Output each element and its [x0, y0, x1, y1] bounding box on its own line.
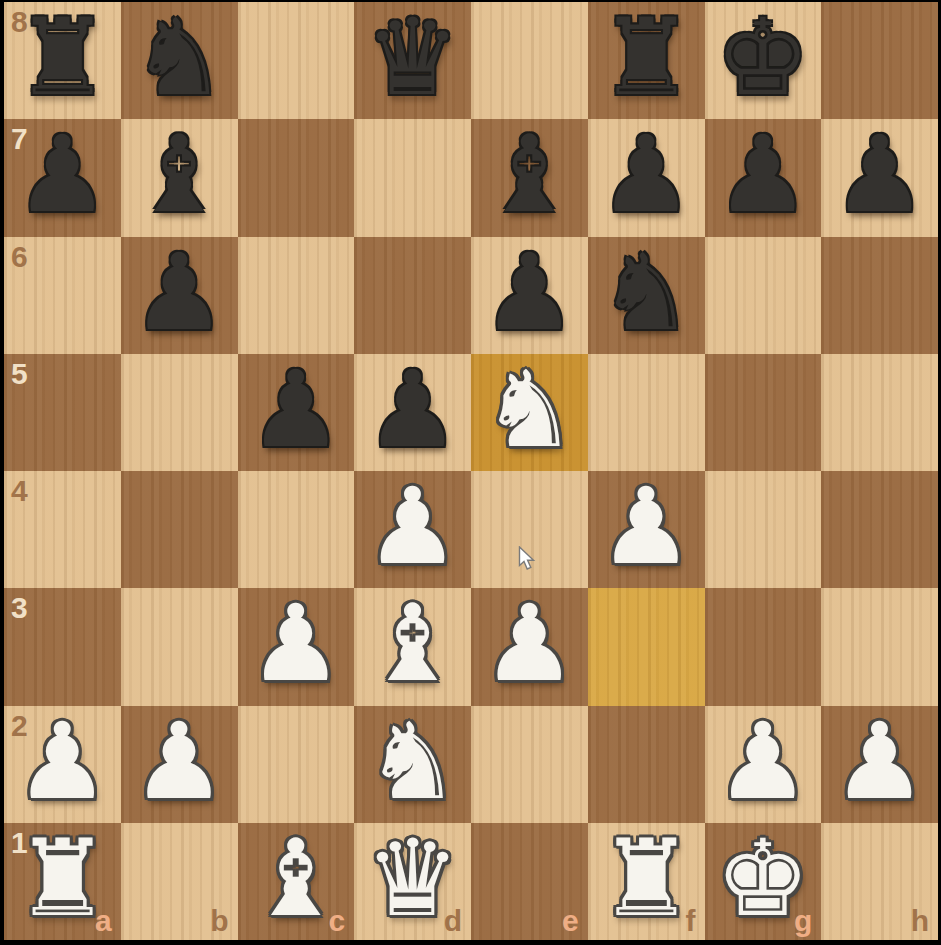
white-rook[interactable]: ♜ — [599, 823, 694, 937]
white-rook[interactable]: ♜ — [15, 823, 110, 937]
square-d5[interactable]: ♟ — [354, 354, 471, 471]
square-f4[interactable]: ♟ — [588, 471, 705, 588]
black-pawn[interactable]: ♟ — [132, 237, 227, 351]
square-h6[interactable] — [821, 237, 938, 354]
square-b3[interactable] — [121, 588, 238, 705]
chess-app-screenshot: ♜8♞♛♜♚♟7♝♝♟♟♟6♟♟♞5♟♟♞4♟♟3♟♝♟♟2♟♞♟♟♜1ab♝c… — [0, 0, 941, 945]
square-c2[interactable] — [238, 706, 355, 823]
square-b5[interactable] — [121, 354, 238, 471]
square-d4[interactable]: ♟ — [354, 471, 471, 588]
square-d3[interactable]: ♝ — [354, 588, 471, 705]
rank-label-4: 4 — [11, 476, 28, 506]
black-rook[interactable]: ♜ — [599, 2, 694, 116]
black-pawn[interactable]: ♟ — [482, 237, 577, 351]
square-g7[interactable]: ♟ — [705, 119, 822, 236]
square-f3[interactable] — [588, 588, 705, 705]
black-knight[interactable]: ♞ — [132, 2, 227, 116]
square-b2[interactable]: ♟ — [121, 706, 238, 823]
black-pawn[interactable]: ♟ — [248, 354, 343, 468]
square-h5[interactable] — [821, 354, 938, 471]
square-b7[interactable]: ♝ — [121, 119, 238, 236]
black-pawn[interactable]: ♟ — [715, 119, 810, 233]
square-e6[interactable]: ♟ — [471, 237, 588, 354]
white-pawn[interactable]: ♟ — [248, 588, 343, 702]
black-pawn[interactable]: ♟ — [15, 119, 110, 233]
square-c8[interactable] — [238, 2, 355, 119]
black-queen[interactable]: ♛ — [365, 2, 460, 116]
white-pawn[interactable]: ♟ — [715, 706, 810, 820]
file-label-e: e — [562, 906, 579, 936]
white-bishop[interactable]: ♝ — [365, 588, 460, 702]
white-knight[interactable]: ♞ — [482, 354, 577, 468]
square-d1[interactable]: ♛d — [354, 823, 471, 940]
square-h4[interactable] — [821, 471, 938, 588]
square-f1[interactable]: ♜f — [588, 823, 705, 940]
square-a2[interactable]: ♟2 — [4, 706, 121, 823]
square-b8[interactable]: ♞ — [121, 2, 238, 119]
square-e7[interactable]: ♝ — [471, 119, 588, 236]
white-bishop[interactable]: ♝ — [248, 823, 343, 937]
square-h2[interactable]: ♟ — [821, 706, 938, 823]
square-a4[interactable]: 4 — [4, 471, 121, 588]
white-knight[interactable]: ♞ — [365, 706, 460, 820]
square-g2[interactable]: ♟ — [705, 706, 822, 823]
square-f8[interactable]: ♜ — [588, 2, 705, 119]
square-h8[interactable] — [821, 2, 938, 119]
white-king[interactable]: ♚ — [715, 823, 810, 937]
black-pawn[interactable]: ♟ — [599, 119, 694, 233]
square-e8[interactable] — [471, 2, 588, 119]
square-b4[interactable] — [121, 471, 238, 588]
white-pawn[interactable]: ♟ — [599, 471, 694, 585]
square-f7[interactable]: ♟ — [588, 119, 705, 236]
square-e4[interactable] — [471, 471, 588, 588]
chess-board: ♜8♞♛♜♚♟7♝♝♟♟♟6♟♟♞5♟♟♞4♟♟3♟♝♟♟2♟♞♟♟♜1ab♝c… — [4, 2, 938, 940]
white-pawn[interactable]: ♟ — [482, 588, 577, 702]
white-pawn[interactable]: ♟ — [832, 706, 927, 820]
white-queen[interactable]: ♛ — [365, 823, 460, 937]
black-rook[interactable]: ♜ — [15, 2, 110, 116]
square-f2[interactable] — [588, 706, 705, 823]
black-knight[interactable]: ♞ — [599, 237, 694, 351]
square-g3[interactable] — [705, 588, 822, 705]
square-g5[interactable] — [705, 354, 822, 471]
rank-label-3: 3 — [11, 593, 28, 623]
square-g4[interactable] — [705, 471, 822, 588]
square-a5[interactable]: 5 — [4, 354, 121, 471]
square-c3[interactable]: ♟ — [238, 588, 355, 705]
rank-label-5: 5 — [11, 359, 28, 389]
square-g8[interactable]: ♚ — [705, 2, 822, 119]
white-pawn[interactable]: ♟ — [15, 706, 110, 820]
square-d8[interactable]: ♛ — [354, 2, 471, 119]
square-c1[interactable]: ♝c — [238, 823, 355, 940]
square-g6[interactable] — [705, 237, 822, 354]
square-f6[interactable]: ♞ — [588, 237, 705, 354]
square-d2[interactable]: ♞ — [354, 706, 471, 823]
square-h7[interactable]: ♟ — [821, 119, 938, 236]
square-c7[interactable] — [238, 119, 355, 236]
square-c6[interactable] — [238, 237, 355, 354]
white-pawn[interactable]: ♟ — [365, 471, 460, 585]
square-h1[interactable]: h — [821, 823, 938, 940]
square-f5[interactable] — [588, 354, 705, 471]
black-bishop[interactable]: ♝ — [482, 119, 577, 233]
square-b1[interactable]: b — [121, 823, 238, 940]
rank-label-6: 6 — [11, 242, 28, 272]
file-label-h: h — [911, 906, 929, 936]
square-a8[interactable]: ♜8 — [4, 2, 121, 119]
file-label-b: b — [210, 906, 228, 936]
square-a6[interactable]: 6 — [4, 237, 121, 354]
black-king[interactable]: ♚ — [715, 2, 810, 116]
square-h3[interactable] — [821, 588, 938, 705]
square-e5[interactable]: ♞ — [471, 354, 588, 471]
square-e2[interactable] — [471, 706, 588, 823]
square-a7[interactable]: ♟7 — [4, 119, 121, 236]
black-bishop[interactable]: ♝ — [132, 119, 227, 233]
square-e3[interactable]: ♟ — [471, 588, 588, 705]
white-pawn[interactable]: ♟ — [132, 706, 227, 820]
square-a3[interactable]: 3 — [4, 588, 121, 705]
square-c5[interactable]: ♟ — [238, 354, 355, 471]
square-c4[interactable] — [238, 471, 355, 588]
square-g1[interactable]: ♚g — [705, 823, 822, 940]
black-pawn[interactable]: ♟ — [365, 354, 460, 468]
square-d7[interactable] — [354, 119, 471, 236]
square-e1[interactable]: e — [471, 823, 588, 940]
square-d6[interactable] — [354, 237, 471, 354]
black-pawn[interactable]: ♟ — [832, 119, 927, 233]
square-b6[interactable]: ♟ — [121, 237, 238, 354]
square-a1[interactable]: ♜1a — [4, 823, 121, 940]
